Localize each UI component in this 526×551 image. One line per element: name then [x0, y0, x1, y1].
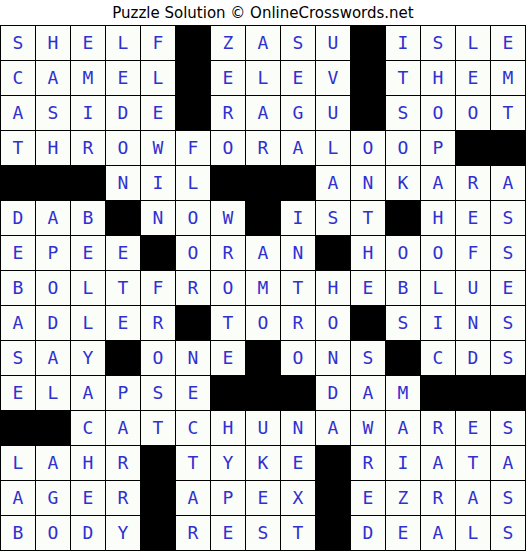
- letter-cell: E: [456, 61, 491, 96]
- letter-cell: S: [491, 201, 526, 236]
- letter-cell: E: [211, 341, 246, 376]
- black-cell: [106, 201, 141, 236]
- letter-cell: O: [456, 96, 491, 131]
- letter-cell: E: [1, 376, 36, 411]
- letter-cell: W: [141, 131, 176, 166]
- letter-cell: S: [491, 306, 526, 341]
- black-cell: [246, 341, 281, 376]
- letter-cell: S: [1, 26, 36, 61]
- letter-cell: E: [211, 516, 246, 551]
- letter-cell: A: [36, 341, 71, 376]
- letter-cell: O: [141, 341, 176, 376]
- letter-cell: T: [211, 306, 246, 341]
- letter-cell: O: [421, 96, 456, 131]
- black-cell: [316, 236, 351, 271]
- letter-cell: O: [176, 236, 211, 271]
- letter-cell: L: [1, 446, 36, 481]
- letter-cell: I: [421, 306, 456, 341]
- letter-cell: H: [36, 26, 71, 61]
- black-cell: [351, 61, 386, 96]
- letter-cell: R: [421, 411, 456, 446]
- letter-cell: I: [71, 96, 106, 131]
- letter-cell: P: [211, 481, 246, 516]
- letter-cell: L: [456, 516, 491, 551]
- letter-cell: W: [211, 201, 246, 236]
- letter-cell: L: [106, 26, 141, 61]
- black-cell: [316, 481, 351, 516]
- letter-cell: S: [421, 26, 456, 61]
- letter-cell: R: [351, 446, 386, 481]
- black-cell: [176, 96, 211, 131]
- letter-cell: S: [1, 341, 36, 376]
- letter-cell: L: [71, 306, 106, 341]
- black-cell: [351, 96, 386, 131]
- letter-cell: S: [246, 516, 281, 551]
- letter-cell: N: [106, 166, 141, 201]
- letter-cell: F: [141, 271, 176, 306]
- letter-cell: R: [281, 306, 316, 341]
- letter-cell: O: [106, 131, 141, 166]
- letter-cell: L: [71, 271, 106, 306]
- letter-cell: Y: [211, 446, 246, 481]
- letter-cell: T: [1, 131, 36, 166]
- letter-cell: B: [71, 201, 106, 236]
- letter-cell: C: [1, 61, 36, 96]
- letter-cell: R: [211, 236, 246, 271]
- letter-cell: E: [491, 271, 526, 306]
- letter-cell: S: [36, 96, 71, 131]
- letter-cell: F: [176, 131, 211, 166]
- letter-cell: I: [386, 26, 421, 61]
- letter-cell: T: [386, 61, 421, 96]
- letter-cell: S: [386, 96, 421, 131]
- letter-cell: H: [421, 61, 456, 96]
- black-cell: [316, 446, 351, 481]
- letter-cell: L: [36, 376, 71, 411]
- letter-cell: Y: [106, 516, 141, 551]
- letter-cell: C: [176, 411, 211, 446]
- letter-cell: E: [351, 271, 386, 306]
- letter-cell: A: [106, 411, 141, 446]
- black-cell: [1, 411, 36, 446]
- letter-cell: S: [351, 341, 386, 376]
- black-cell: [71, 166, 106, 201]
- letter-cell: S: [141, 376, 176, 411]
- black-cell: [141, 236, 176, 271]
- letter-cell: A: [246, 26, 281, 61]
- letter-cell: E: [71, 26, 106, 61]
- letter-cell: U: [316, 96, 351, 131]
- letter-cell: A: [1, 481, 36, 516]
- letter-cell: O: [316, 306, 351, 341]
- letter-cell: T: [351, 201, 386, 236]
- letter-cell: R: [176, 271, 211, 306]
- letter-cell: E: [176, 376, 211, 411]
- black-cell: [141, 481, 176, 516]
- letter-cell: D: [316, 376, 351, 411]
- letter-cell: A: [351, 376, 386, 411]
- letter-cell: N: [141, 201, 176, 236]
- letter-cell: I: [386, 446, 421, 481]
- letter-cell: H: [71, 446, 106, 481]
- letter-cell: L: [141, 61, 176, 96]
- letter-cell: O: [36, 516, 71, 551]
- crossword-grid: SHELFZASUISLECAMELELEVTHEMASIDERAGUSOOTT…: [0, 25, 526, 551]
- letter-cell: T: [281, 271, 316, 306]
- black-cell: [141, 446, 176, 481]
- letter-cell: R: [106, 446, 141, 481]
- letter-cell: N: [351, 166, 386, 201]
- letter-cell: A: [36, 61, 71, 96]
- letter-cell: G: [281, 96, 316, 131]
- letter-cell: T: [491, 96, 526, 131]
- letter-cell: Y: [71, 341, 106, 376]
- letter-cell: P: [106, 376, 141, 411]
- letter-cell: H: [211, 411, 246, 446]
- letter-cell: M: [386, 376, 421, 411]
- letter-cell: C: [71, 411, 106, 446]
- letter-cell: L: [176, 166, 211, 201]
- letter-cell: E: [281, 61, 316, 96]
- letter-cell: I: [281, 201, 316, 236]
- letter-cell: I: [141, 166, 176, 201]
- letter-cell: H: [36, 131, 71, 166]
- black-cell: [106, 341, 141, 376]
- letter-cell: D: [456, 341, 491, 376]
- letter-cell: O: [211, 271, 246, 306]
- letter-cell: L: [421, 271, 456, 306]
- black-cell: [281, 166, 316, 201]
- letter-cell: A: [491, 166, 526, 201]
- letter-cell: S: [491, 341, 526, 376]
- letter-cell: S: [316, 201, 351, 236]
- letter-cell: T: [176, 446, 211, 481]
- black-cell: [386, 341, 421, 376]
- letter-cell: O: [246, 306, 281, 341]
- letter-cell: K: [246, 446, 281, 481]
- letter-cell: M: [491, 61, 526, 96]
- black-cell: [386, 201, 421, 236]
- letter-cell: N: [176, 341, 211, 376]
- letter-cell: B: [386, 271, 421, 306]
- black-cell: [176, 61, 211, 96]
- letter-cell: E: [106, 236, 141, 271]
- letter-cell: D: [1, 201, 36, 236]
- letter-cell: O: [176, 201, 211, 236]
- letter-cell: S: [281, 26, 316, 61]
- black-cell: [1, 166, 36, 201]
- letter-cell: O: [421, 236, 456, 271]
- black-cell: [211, 376, 246, 411]
- letter-cell: D: [36, 306, 71, 341]
- letter-cell: F: [456, 236, 491, 271]
- letter-cell: R: [106, 481, 141, 516]
- black-cell: [316, 516, 351, 551]
- letter-cell: D: [71, 516, 106, 551]
- letter-cell: T: [281, 516, 316, 551]
- letter-cell: O: [351, 131, 386, 166]
- black-cell: [36, 411, 71, 446]
- letter-cell: C: [421, 341, 456, 376]
- letter-cell: E: [71, 236, 106, 271]
- black-cell: [351, 26, 386, 61]
- letter-cell: X: [281, 481, 316, 516]
- letter-cell: E: [456, 201, 491, 236]
- letter-cell: L: [316, 131, 351, 166]
- letter-cell: A: [36, 446, 71, 481]
- letter-cell: A: [316, 411, 351, 446]
- letter-cell: A: [421, 166, 456, 201]
- letter-cell: E: [491, 26, 526, 61]
- letter-cell: A: [71, 376, 106, 411]
- letter-cell: R: [421, 481, 456, 516]
- letter-cell: E: [1, 236, 36, 271]
- letter-cell: S: [491, 411, 526, 446]
- letter-cell: A: [246, 96, 281, 131]
- letter-cell: W: [351, 411, 386, 446]
- letter-cell: S: [491, 516, 526, 551]
- letter-cell: R: [456, 166, 491, 201]
- letter-cell: A: [421, 516, 456, 551]
- letter-cell: A: [36, 201, 71, 236]
- letter-cell: B: [1, 271, 36, 306]
- letter-cell: B: [1, 516, 36, 551]
- letter-cell: O: [211, 131, 246, 166]
- letter-cell: E: [386, 516, 421, 551]
- letter-cell: D: [106, 96, 141, 131]
- letter-cell: U: [456, 271, 491, 306]
- black-cell: [176, 306, 211, 341]
- letter-cell: A: [491, 446, 526, 481]
- letter-cell: L: [246, 61, 281, 96]
- letter-cell: T: [141, 411, 176, 446]
- letter-cell: S: [491, 236, 526, 271]
- black-cell: [246, 166, 281, 201]
- letter-cell: E: [211, 61, 246, 96]
- letter-cell: M: [71, 61, 106, 96]
- black-cell: [491, 131, 526, 166]
- letter-cell: O: [281, 341, 316, 376]
- letter-cell: F: [141, 26, 176, 61]
- letter-cell: M: [246, 271, 281, 306]
- black-cell: [456, 131, 491, 166]
- letter-cell: H: [316, 271, 351, 306]
- letter-cell: A: [246, 236, 281, 271]
- letter-cell: O: [36, 271, 71, 306]
- letter-cell: S: [386, 306, 421, 341]
- page-title: Puzzle Solution © OnlineCrosswords.net: [0, 0, 526, 25]
- letter-cell: A: [1, 96, 36, 131]
- black-cell: [246, 376, 281, 411]
- letter-cell: N: [456, 306, 491, 341]
- black-cell: [351, 306, 386, 341]
- letter-cell: E: [246, 481, 281, 516]
- letter-cell: E: [106, 61, 141, 96]
- letter-cell: A: [176, 481, 211, 516]
- letter-cell: R: [71, 131, 106, 166]
- letter-cell: A: [1, 306, 36, 341]
- letter-cell: Z: [211, 26, 246, 61]
- letter-cell: R: [141, 306, 176, 341]
- letter-cell: A: [386, 411, 421, 446]
- letter-cell: D: [351, 516, 386, 551]
- letter-cell: G: [36, 481, 71, 516]
- letter-cell: H: [421, 201, 456, 236]
- letter-cell: P: [36, 236, 71, 271]
- letter-cell: A: [316, 166, 351, 201]
- letter-cell: A: [281, 131, 316, 166]
- letter-cell: E: [351, 481, 386, 516]
- letter-cell: N: [281, 236, 316, 271]
- letter-cell: E: [71, 481, 106, 516]
- letter-cell: P: [421, 131, 456, 166]
- letter-cell: N: [316, 341, 351, 376]
- letter-cell: E: [456, 411, 491, 446]
- letter-cell: R: [211, 96, 246, 131]
- letter-cell: K: [386, 166, 421, 201]
- letter-cell: H: [351, 236, 386, 271]
- black-cell: [246, 201, 281, 236]
- letter-cell: U: [316, 26, 351, 61]
- letter-cell: E: [141, 96, 176, 131]
- black-cell: [491, 376, 526, 411]
- letter-cell: T: [456, 446, 491, 481]
- black-cell: [176, 26, 211, 61]
- letter-cell: U: [246, 411, 281, 446]
- black-cell: [36, 166, 71, 201]
- letter-cell: A: [421, 446, 456, 481]
- black-cell: [456, 376, 491, 411]
- black-cell: [421, 376, 456, 411]
- letter-cell: N: [281, 411, 316, 446]
- letter-cell: T: [106, 271, 141, 306]
- black-cell: [211, 166, 246, 201]
- letter-cell: E: [106, 306, 141, 341]
- letter-cell: S: [491, 481, 526, 516]
- letter-cell: Z: [386, 481, 421, 516]
- letter-cell: R: [176, 516, 211, 551]
- letter-cell: V: [316, 61, 351, 96]
- letter-cell: R: [246, 131, 281, 166]
- letter-cell: O: [386, 236, 421, 271]
- letter-cell: A: [456, 481, 491, 516]
- black-cell: [281, 376, 316, 411]
- letter-cell: E: [281, 446, 316, 481]
- letter-cell: O: [386, 131, 421, 166]
- letter-cell: L: [456, 26, 491, 61]
- black-cell: [141, 516, 176, 551]
